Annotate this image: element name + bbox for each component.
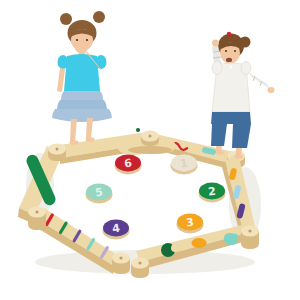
raised-hand [212, 40, 219, 47]
stone-3: 3 [177, 214, 204, 234]
stone-5: 5 [86, 184, 113, 204]
arch-base [128, 146, 172, 154]
leg-right [86, 118, 93, 138]
hand-over-mouth [75, 43, 87, 53]
corner-hub-left [28, 207, 46, 231]
corner-hub-bottom-2 [131, 258, 149, 279]
eye-left [76, 39, 78, 41]
product-photo: 6 1 5 2 4 [0, 0, 300, 300]
child-right [211, 32, 275, 159]
corner-hub-top-left [48, 144, 66, 162]
stone-number: 3 [186, 216, 195, 230]
eye-left [225, 50, 227, 52]
stone-number: 1 [180, 157, 189, 171]
jeans-leg-left [211, 124, 227, 146]
screw-icon [35, 210, 38, 213]
pigtail-right [93, 11, 105, 23]
corner-hub-top [141, 131, 159, 147]
orange-bump [192, 238, 207, 248]
shoulder-ruffle-right [241, 62, 251, 75]
corner-hub-bottom-1 [112, 253, 130, 275]
dark-green-moon-notch [171, 244, 179, 252]
screw-icon [119, 256, 122, 259]
stone-1: 1 [171, 155, 198, 175]
stone-4: 4 [103, 220, 130, 240]
collar-detail [230, 66, 233, 69]
sleeve-right [96, 55, 107, 69]
eye-right [86, 39, 88, 41]
stone-2: 2 [199, 183, 226, 203]
stone-6: 6 [115, 155, 142, 175]
shirt [64, 54, 100, 91]
foot-right [235, 154, 243, 159]
scene-svg: 6 1 5 2 4 [0, 0, 300, 300]
teal-patch-corner [224, 233, 238, 245]
shoulder-ruffle-left [212, 62, 222, 75]
jeans-leg-right [232, 124, 251, 148]
screw-icon [149, 135, 152, 138]
hair-clip [227, 32, 231, 36]
foot-right [86, 137, 95, 141]
stepping-stones: 6 1 5 2 4 [86, 155, 226, 240]
shin-left [216, 146, 222, 151]
stone-number: 2 [208, 185, 217, 199]
shin-right [236, 148, 242, 155]
eye-right [234, 50, 236, 52]
extended-arm-sleeve [248, 72, 270, 89]
screw-icon [248, 229, 251, 232]
skirt-tier-3 [52, 109, 112, 122]
pigtail-left [60, 13, 72, 25]
jeans-hip [211, 112, 251, 124]
open-mouth [226, 58, 232, 62]
sleeve-left [58, 55, 69, 69]
foot-left [216, 150, 224, 154]
screw-icon [138, 261, 141, 264]
leg-left [70, 119, 77, 141]
extended-hand [268, 87, 275, 93]
screw-icon [56, 148, 59, 151]
foot-left [70, 140, 79, 144]
green-dot [136, 128, 140, 132]
arm-hanging [57, 68, 65, 92]
child-left [52, 11, 112, 145]
